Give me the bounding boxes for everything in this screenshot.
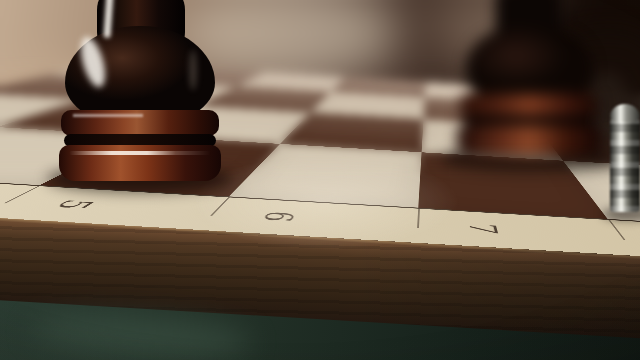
vignette-overlay — [0, 0, 640, 360]
photo-stage: 5 6 7 — [0, 0, 640, 360]
